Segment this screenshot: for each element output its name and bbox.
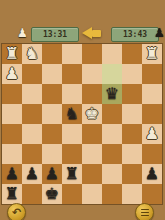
square-e5[interactable] [82,124,102,144]
square-c4[interactable] [42,104,62,124]
square-f8[interactable] [102,184,122,204]
square-e7[interactable] [82,164,102,184]
square-f5[interactable] [102,124,122,144]
square-g6[interactable] [122,144,142,164]
white-king[interactable]: ♚ [85,104,99,124]
white-pawn[interactable]: ♟ [145,124,159,144]
black-pawn[interactable]: ♟ [25,164,39,184]
square-a3[interactable] [2,84,22,104]
square-c5[interactable] [42,124,62,144]
square-e8[interactable] [82,184,102,204]
square-g3[interactable] [122,84,142,104]
square-f4[interactable] [102,104,122,124]
square-g7[interactable] [122,164,142,184]
square-c2[interactable] [42,64,62,84]
black-rook[interactable]: ♜ [65,164,79,184]
square-d2[interactable] [62,64,82,84]
square-b1[interactable]: ♞ [22,44,42,64]
square-e2[interactable] [82,64,102,84]
square-d8[interactable] [62,184,82,204]
square-c1[interactable] [42,44,62,64]
square-d3[interactable] [62,84,82,104]
white-player-icon: ♟ [17,26,28,40]
square-b2[interactable] [22,64,42,84]
square-e3[interactable] [82,84,102,104]
menu-icon [141,209,149,217]
square-g1[interactable] [122,44,142,64]
black-king[interactable]: ♚ [45,184,59,204]
square-g2[interactable] [122,64,142,84]
arrow-head [82,27,92,39]
square-b6[interactable] [22,144,42,164]
square-e6[interactable] [82,144,102,164]
square-c3[interactable] [42,84,62,104]
square-b7[interactable]: ♟ [22,164,42,184]
square-d5[interactable] [62,124,82,144]
square-h1[interactable]: ♜ [142,44,162,64]
square-a2[interactable]: ♟ [2,64,22,84]
square-c7[interactable]: ♟ [42,164,62,184]
arrow-tail [92,30,101,37]
square-d1[interactable] [62,44,82,64]
black-pawn[interactable]: ♟ [45,164,59,184]
square-g8[interactable] [122,184,142,204]
square-h5[interactable]: ♟ [142,124,162,144]
square-b8[interactable] [22,184,42,204]
white-knight[interactable]: ♞ [25,44,39,64]
square-e4[interactable]: ♚ [82,104,102,124]
white-clock: 13:31 [31,27,79,42]
square-f7[interactable] [102,164,122,184]
square-f3[interactable]: ♛ [102,84,122,104]
white-rook[interactable]: ♜ [145,44,159,64]
square-d6[interactable] [62,144,82,164]
undo-button[interactable]: ↶ [7,203,26,220]
square-a7[interactable]: ♟ [2,164,22,184]
square-a6[interactable] [2,144,22,164]
square-c8[interactable]: ♚ [42,184,62,204]
square-e1[interactable] [82,44,102,64]
chess-board: ♜♞♜♟♛♞♚♟♟♟♟♜♟♜♚ [2,44,162,204]
square-a4[interactable] [2,104,22,124]
square-d7[interactable]: ♜ [62,164,82,184]
square-f1[interactable] [102,44,122,64]
black-pawn[interactable]: ♟ [145,164,159,184]
black-player-icon: ♟ [154,26,165,40]
square-b3[interactable] [22,84,42,104]
black-queen[interactable]: ♛ [105,84,119,104]
square-h2[interactable] [142,64,162,84]
square-h4[interactable] [142,104,162,124]
black-rook[interactable]: ♜ [5,184,19,204]
square-a1[interactable]: ♜ [2,44,22,64]
square-b4[interactable] [22,104,42,124]
square-h7[interactable]: ♟ [142,164,162,184]
white-rook[interactable]: ♜ [5,44,19,64]
black-clock-time: 13:43 [123,30,147,39]
square-a8[interactable]: ♜ [2,184,22,204]
square-g5[interactable] [122,124,142,144]
black-pawn[interactable]: ♟ [5,164,19,184]
chess-app-window: ♟ 13:31 13:43 ♟ ♜♞♜♟♛♞♚♟♟♟♟♜♟♜♚ ↶ [0,0,165,220]
square-h8[interactable] [142,184,162,204]
white-pawn[interactable]: ♟ [5,64,19,84]
turn-indicator-arrow-icon [82,27,101,39]
square-d4[interactable]: ♞ [62,104,82,124]
square-a5[interactable] [2,124,22,144]
white-clock-time: 13:31 [43,30,67,39]
square-h3[interactable] [142,84,162,104]
square-g4[interactable] [122,104,142,124]
square-b5[interactable] [22,124,42,144]
square-c6[interactable] [42,144,62,164]
square-h6[interactable] [142,144,162,164]
black-clock: 13:43 [111,27,159,42]
square-f6[interactable] [102,144,122,164]
square-f2[interactable] [102,64,122,84]
menu-button[interactable] [135,203,154,220]
black-knight[interactable]: ♞ [65,104,79,124]
undo-icon: ↶ [12,204,21,220]
